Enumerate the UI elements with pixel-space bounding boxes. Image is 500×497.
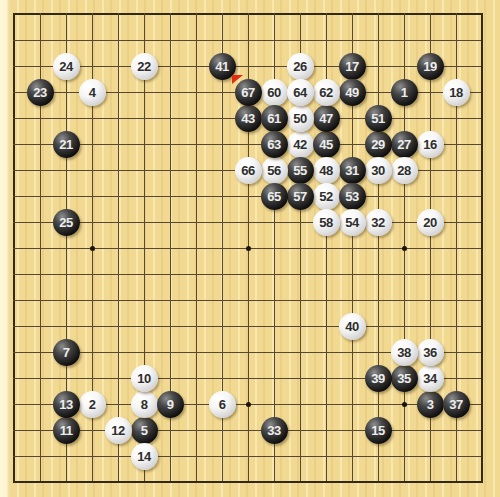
stone-number: 60 [267, 86, 280, 99]
stone-white-6: 6 [209, 391, 236, 418]
stone-number: 7 [63, 346, 70, 359]
stone-number: 57 [293, 190, 306, 203]
stone-white-58: 58 [313, 209, 340, 236]
stone-number: 3 [427, 398, 434, 411]
stone-number: 51 [371, 112, 384, 125]
stone-number: 19 [423, 60, 436, 73]
stone-white-2: 2 [79, 391, 106, 418]
stone-white-66: 66 [235, 157, 262, 184]
stone-number: 55 [293, 164, 306, 177]
stone-black-45: 45 [313, 131, 340, 158]
stone-number: 53 [345, 190, 358, 203]
stone-number: 26 [293, 60, 306, 73]
stone-black-57: 57 [287, 183, 314, 210]
stone-number: 34 [423, 372, 436, 385]
stone-number: 23 [33, 86, 46, 99]
stone-number: 5 [141, 424, 148, 437]
stone-white-18: 18 [443, 79, 470, 106]
stone-black-31: 31 [339, 157, 366, 184]
stone-number: 8 [141, 398, 148, 411]
stone-number: 10 [137, 372, 150, 385]
stone-black-23: 23 [27, 79, 54, 106]
stone-black-37: 37 [443, 391, 470, 418]
stone-number: 37 [449, 398, 462, 411]
stone-number: 38 [397, 346, 410, 359]
stone-black-43: 43 [235, 105, 262, 132]
stone-black-27: 27 [391, 131, 418, 158]
stone-number: 12 [111, 424, 124, 437]
stone-number: 47 [319, 112, 332, 125]
stone-number: 2 [89, 398, 96, 411]
stone-number: 56 [267, 164, 280, 177]
stone-black-53: 53 [339, 183, 366, 210]
stone-number: 31 [345, 164, 358, 177]
stone-number: 17 [345, 60, 358, 73]
stone-number: 40 [345, 320, 358, 333]
stone-number: 21 [59, 138, 72, 151]
stone-black-49: 49 [339, 79, 366, 106]
stone-white-42: 42 [287, 131, 314, 158]
stone-black-17: 17 [339, 53, 366, 80]
stone-white-4: 4 [79, 79, 106, 106]
go-board[interactable]: 1234567891011121314151617181920212223242… [0, 0, 500, 497]
stone-black-29: 29 [365, 131, 392, 158]
stone-white-10: 10 [131, 365, 158, 392]
stone-number: 50 [293, 112, 306, 125]
stone-black-21: 21 [53, 131, 80, 158]
stone-number: 52 [319, 190, 332, 203]
stone-white-26: 26 [287, 53, 314, 80]
stone-number: 49 [345, 86, 358, 99]
stone-number: 16 [423, 138, 436, 151]
stone-black-25: 25 [53, 209, 80, 236]
stone-black-13: 13 [53, 391, 80, 418]
stone-number: 28 [397, 164, 410, 177]
stone-black-51: 51 [365, 105, 392, 132]
stone-number: 11 [60, 424, 73, 437]
stone-number: 61 [267, 112, 280, 125]
stone-number: 4 [89, 86, 96, 99]
stone-number: 33 [267, 424, 280, 437]
stone-number: 25 [59, 216, 72, 229]
stone-white-38: 38 [391, 339, 418, 366]
stone-number: 58 [319, 216, 332, 229]
stone-white-12: 12 [105, 417, 132, 444]
stone-white-8: 8 [131, 391, 158, 418]
stone-white-36: 36 [417, 339, 444, 366]
stone-number: 20 [423, 216, 436, 229]
stone-white-56: 56 [261, 157, 288, 184]
stone-black-63: 63 [261, 131, 288, 158]
stone-number: 64 [293, 86, 306, 99]
stone-number: 45 [319, 138, 332, 151]
stone-white-64: 64 [287, 79, 314, 106]
last-move-red-triangle-marker [232, 75, 243, 84]
stones-layer: 1234567891011121314151617181920212223242… [1, 1, 495, 495]
stone-white-54: 54 [339, 209, 366, 236]
stone-black-65: 65 [261, 183, 288, 210]
stone-number: 35 [397, 372, 410, 385]
stone-white-16: 16 [417, 131, 444, 158]
stone-black-55: 55 [287, 157, 314, 184]
stone-number: 54 [345, 216, 358, 229]
stone-black-11: 11 [53, 417, 80, 444]
stone-white-50: 50 [287, 105, 314, 132]
stone-white-52: 52 [313, 183, 340, 210]
stone-number: 15 [371, 424, 384, 437]
stone-number: 1 [401, 86, 408, 99]
stone-number: 27 [397, 138, 410, 151]
stone-number: 41 [215, 60, 228, 73]
go-kifu-screenshot: 1234567891011121314151617181920212223242… [0, 0, 500, 497]
stone-number: 32 [371, 216, 384, 229]
stone-number: 13 [59, 398, 72, 411]
stone-white-28: 28 [391, 157, 418, 184]
stone-number: 42 [293, 138, 306, 151]
stone-white-22: 22 [131, 53, 158, 80]
stone-number: 6 [219, 398, 226, 411]
stone-black-19: 19 [417, 53, 444, 80]
stone-black-47: 47 [313, 105, 340, 132]
stone-white-60: 60 [261, 79, 288, 106]
stone-black-7: 7 [53, 339, 80, 366]
stone-number: 63 [267, 138, 280, 151]
stone-number: 24 [59, 60, 72, 73]
stone-black-15: 15 [365, 417, 392, 444]
stone-black-5: 5 [131, 417, 158, 444]
stone-number: 65 [267, 190, 280, 203]
stone-black-3: 3 [417, 391, 444, 418]
stone-number: 30 [371, 164, 384, 177]
stone-number: 29 [371, 138, 384, 151]
stone-number: 39 [371, 372, 384, 385]
stone-black-9: 9 [157, 391, 184, 418]
stone-number: 66 [241, 164, 254, 177]
stone-number: 14 [137, 450, 150, 463]
stone-number: 48 [319, 164, 332, 177]
stone-white-14: 14 [131, 443, 158, 470]
stone-white-48: 48 [313, 157, 340, 184]
stone-number: 9 [167, 398, 174, 411]
stone-number: 22 [137, 60, 150, 73]
stone-white-34: 34 [417, 365, 444, 392]
stone-number: 62 [319, 86, 332, 99]
stone-number: 18 [449, 86, 462, 99]
stone-black-61: 61 [261, 105, 288, 132]
stone-black-33: 33 [261, 417, 288, 444]
stone-white-40: 40 [339, 313, 366, 340]
stone-black-1: 1 [391, 79, 418, 106]
stone-white-62: 62 [313, 79, 340, 106]
stone-number: 43 [241, 112, 254, 125]
stone-black-39: 39 [365, 365, 392, 392]
stone-white-32: 32 [365, 209, 392, 236]
stone-number: 36 [423, 346, 436, 359]
stone-black-35: 35 [391, 365, 418, 392]
stone-number: 67 [241, 86, 254, 99]
stone-white-20: 20 [417, 209, 444, 236]
stone-white-30: 30 [365, 157, 392, 184]
stone-white-24: 24 [53, 53, 80, 80]
